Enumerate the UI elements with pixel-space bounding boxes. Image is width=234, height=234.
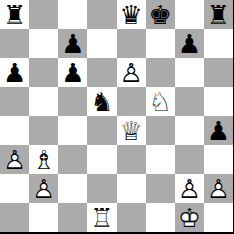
square-e5[interactable] [117, 87, 146, 116]
piece-glyph: ♟ [204, 116, 233, 145]
square-g4[interactable] [175, 116, 204, 145]
square-h3[interactable] [204, 145, 233, 174]
square-b5[interactable] [29, 87, 58, 116]
black-pawn-h4: ♟ [204, 116, 233, 145]
square-g8[interactable] [175, 0, 204, 29]
square-d6[interactable] [87, 58, 116, 87]
square-b8[interactable] [29, 0, 58, 29]
square-c3[interactable] [58, 145, 87, 174]
square-e2[interactable] [117, 174, 146, 203]
square-c5[interactable] [58, 87, 87, 116]
white-pawn-h2: ♟♙ [204, 174, 233, 203]
square-d3[interactable] [87, 145, 116, 174]
square-a7[interactable] [0, 29, 29, 58]
piece-glyph: ♟ [175, 29, 204, 58]
black-rook-h8: ♜ [204, 0, 233, 29]
square-h4[interactable]: ♟ [204, 116, 233, 145]
black-queen-e8: ♛ [117, 0, 146, 29]
square-a4[interactable] [0, 116, 29, 145]
square-f2[interactable] [146, 174, 175, 203]
piece-outline: ♙ [204, 174, 233, 203]
square-g6[interactable] [175, 58, 204, 87]
piece-glyph: ♟ [58, 29, 87, 58]
square-e4[interactable]: ♛♕ [117, 116, 146, 145]
square-b4[interactable] [29, 116, 58, 145]
white-pawn-e6: ♟♙ [117, 58, 146, 87]
square-d4[interactable] [87, 116, 116, 145]
square-f6[interactable] [146, 58, 175, 87]
square-c7[interactable]: ♟ [58, 29, 87, 58]
white-king-g1: ♚♔ [175, 203, 204, 232]
black-pawn-c6: ♟ [58, 58, 87, 87]
square-e3[interactable] [117, 145, 146, 174]
chess-board: ♜♛♚♜♟♟♟♟♟♙♞♞♘♛♕♟♟♙♝♗♟♙♟♙♟♙♜♖♚♔ [0, 0, 234, 234]
piece-outline: ♕ [117, 116, 146, 145]
square-f3[interactable] [146, 145, 175, 174]
square-f4[interactable] [146, 116, 175, 145]
square-a2[interactable] [0, 174, 29, 203]
square-b1[interactable] [29, 203, 58, 232]
square-f7[interactable] [146, 29, 175, 58]
piece-outline: ♖ [87, 203, 116, 232]
square-g3[interactable] [175, 145, 204, 174]
piece-glyph: ♛ [117, 0, 146, 29]
white-pawn-g2: ♟♙ [175, 174, 204, 203]
piece-outline: ♙ [117, 58, 146, 87]
white-queen-e4: ♛♕ [117, 116, 146, 145]
black-rook-a8: ♜ [0, 0, 29, 29]
piece-outline: ♔ [175, 203, 204, 232]
square-h6[interactable] [204, 58, 233, 87]
white-bishop-b3: ♝♗ [29, 145, 58, 174]
piece-outline: ♘ [146, 87, 175, 116]
piece-glyph: ♟ [58, 58, 87, 87]
square-b2[interactable]: ♟♙ [29, 174, 58, 203]
square-e8[interactable]: ♛ [117, 0, 146, 29]
piece-outline: ♙ [175, 174, 204, 203]
square-c6[interactable]: ♟ [58, 58, 87, 87]
square-e1[interactable] [117, 203, 146, 232]
square-d8[interactable] [87, 0, 116, 29]
piece-glyph: ♞ [87, 87, 116, 116]
square-h2[interactable]: ♟♙ [204, 174, 233, 203]
white-pawn-b2: ♟♙ [29, 174, 58, 203]
square-g5[interactable] [175, 87, 204, 116]
square-c2[interactable] [58, 174, 87, 203]
square-g1[interactable]: ♚♔ [175, 203, 204, 232]
square-a6[interactable]: ♟ [0, 58, 29, 87]
black-pawn-c7: ♟ [58, 29, 87, 58]
piece-glyph: ♟ [0, 58, 29, 87]
square-e7[interactable] [117, 29, 146, 58]
square-c8[interactable] [58, 0, 87, 29]
square-a1[interactable] [0, 203, 29, 232]
square-h1[interactable] [204, 203, 233, 232]
black-knight-d5: ♞ [87, 87, 116, 116]
square-h8[interactable]: ♜ [204, 0, 233, 29]
black-pawn-a6: ♟ [0, 58, 29, 87]
piece-outline: ♙ [29, 174, 58, 203]
square-d5[interactable]: ♞ [87, 87, 116, 116]
square-g2[interactable]: ♟♙ [175, 174, 204, 203]
square-h5[interactable] [204, 87, 233, 116]
square-b3[interactable]: ♝♗ [29, 145, 58, 174]
piece-outline: ♗ [29, 145, 58, 174]
square-f5[interactable]: ♞♘ [146, 87, 175, 116]
square-e6[interactable]: ♟♙ [117, 58, 146, 87]
black-king-f8: ♚ [146, 0, 175, 29]
square-b7[interactable] [29, 29, 58, 58]
square-a8[interactable]: ♜ [0, 0, 29, 29]
piece-glyph: ♜ [0, 0, 29, 29]
square-g7[interactable]: ♟ [175, 29, 204, 58]
white-rook-d1: ♜♖ [87, 203, 116, 232]
square-c4[interactable] [58, 116, 87, 145]
square-c1[interactable] [58, 203, 87, 232]
square-b6[interactable] [29, 58, 58, 87]
black-pawn-g7: ♟ [175, 29, 204, 58]
piece-outline: ♙ [0, 145, 29, 174]
piece-glyph: ♚ [146, 0, 175, 29]
square-h7[interactable] [204, 29, 233, 58]
piece-glyph: ♜ [204, 0, 233, 29]
square-d7[interactable] [87, 29, 116, 58]
white-pawn-a3: ♟♙ [0, 145, 29, 174]
square-d2[interactable] [87, 174, 116, 203]
white-knight-f5: ♞♘ [146, 87, 175, 116]
square-d1[interactable]: ♜♖ [87, 203, 116, 232]
square-a3[interactable]: ♟♙ [0, 145, 29, 174]
square-f8[interactable]: ♚ [146, 0, 175, 29]
square-a5[interactable] [0, 87, 29, 116]
square-f1[interactable] [146, 203, 175, 232]
